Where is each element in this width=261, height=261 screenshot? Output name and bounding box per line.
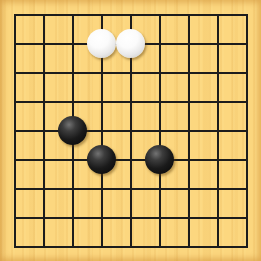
intersection-f4[interactable] <box>145 87 174 116</box>
stone-glyph: ● <box>87 145 116 174</box>
stone-glyph: ○ <box>116 29 145 58</box>
intersection-a4[interactable] <box>0 87 29 116</box>
intersection-f2[interactable] <box>145 29 174 58</box>
intersection-f3[interactable] <box>145 58 174 87</box>
intersection-h5[interactable] <box>203 116 232 145</box>
intersection-i9[interactable] <box>232 232 261 261</box>
intersection-f7[interactable] <box>145 174 174 203</box>
intersection-c1[interactable] <box>58 0 87 29</box>
intersection-a9[interactable] <box>0 232 29 261</box>
intersection-b7[interactable] <box>29 174 58 203</box>
intersection-a5[interactable] <box>0 116 29 145</box>
intersection-h8[interactable] <box>203 203 232 232</box>
intersection-d7[interactable] <box>87 174 116 203</box>
intersection-g9[interactable] <box>174 232 203 261</box>
white-stone: ○ <box>116 29 145 58</box>
intersection-g4[interactable] <box>174 87 203 116</box>
intersection-e6[interactable] <box>116 145 145 174</box>
intersection-g1[interactable] <box>174 0 203 29</box>
intersection-e2[interactable]: ○ <box>116 29 145 58</box>
intersection-b9[interactable] <box>29 232 58 261</box>
intersection-h3[interactable] <box>203 58 232 87</box>
intersection-d6[interactable]: ● <box>87 145 116 174</box>
black-stone: ● <box>87 145 116 174</box>
intersection-e3[interactable] <box>116 58 145 87</box>
intersection-d8[interactable] <box>87 203 116 232</box>
intersection-h9[interactable] <box>203 232 232 261</box>
intersection-b6[interactable] <box>29 145 58 174</box>
intersection-b1[interactable] <box>29 0 58 29</box>
intersection-f1[interactable] <box>145 0 174 29</box>
intersection-e8[interactable] <box>116 203 145 232</box>
intersection-c2[interactable] <box>58 29 87 58</box>
intersection-b4[interactable] <box>29 87 58 116</box>
intersection-d3[interactable] <box>87 58 116 87</box>
intersection-d4[interactable] <box>87 87 116 116</box>
intersection-h4[interactable] <box>203 87 232 116</box>
intersection-i3[interactable] <box>232 58 261 87</box>
intersection-g3[interactable] <box>174 58 203 87</box>
intersection-i7[interactable] <box>232 174 261 203</box>
stones-layer: ○○●●● <box>0 0 261 261</box>
intersection-e1[interactable] <box>116 0 145 29</box>
intersection-h6[interactable] <box>203 145 232 174</box>
intersection-a3[interactable] <box>0 58 29 87</box>
intersection-g5[interactable] <box>174 116 203 145</box>
stone-glyph: ○ <box>87 29 116 58</box>
intersection-c6[interactable] <box>58 145 87 174</box>
intersection-b5[interactable] <box>29 116 58 145</box>
intersection-c8[interactable] <box>58 203 87 232</box>
intersection-e9[interactable] <box>116 232 145 261</box>
stone-glyph: ● <box>145 145 174 174</box>
go-board: ○○●●● <box>0 0 261 261</box>
intersection-c7[interactable] <box>58 174 87 203</box>
intersection-i1[interactable] <box>232 0 261 29</box>
intersection-b3[interactable] <box>29 58 58 87</box>
stone-glyph: ● <box>58 116 87 145</box>
intersection-h1[interactable] <box>203 0 232 29</box>
intersection-d9[interactable] <box>87 232 116 261</box>
intersection-i2[interactable] <box>232 29 261 58</box>
intersection-i4[interactable] <box>232 87 261 116</box>
intersection-c3[interactable] <box>58 58 87 87</box>
intersection-g2[interactable] <box>174 29 203 58</box>
intersection-i5[interactable] <box>232 116 261 145</box>
intersection-i6[interactable] <box>232 145 261 174</box>
intersection-a1[interactable] <box>0 0 29 29</box>
intersection-b8[interactable] <box>29 203 58 232</box>
black-stone: ● <box>145 145 174 174</box>
intersection-c9[interactable] <box>58 232 87 261</box>
intersection-c4[interactable] <box>58 87 87 116</box>
intersection-f6[interactable]: ● <box>145 145 174 174</box>
intersection-b2[interactable] <box>29 29 58 58</box>
intersection-g7[interactable] <box>174 174 203 203</box>
intersection-f9[interactable] <box>145 232 174 261</box>
intersection-f8[interactable] <box>145 203 174 232</box>
intersection-g8[interactable] <box>174 203 203 232</box>
intersection-h2[interactable] <box>203 29 232 58</box>
intersection-e4[interactable] <box>116 87 145 116</box>
intersection-i8[interactable] <box>232 203 261 232</box>
intersection-d2[interactable]: ○ <box>87 29 116 58</box>
intersection-f5[interactable] <box>145 116 174 145</box>
intersection-c5[interactable]: ● <box>58 116 87 145</box>
intersection-e5[interactable] <box>116 116 145 145</box>
intersection-a7[interactable] <box>0 174 29 203</box>
intersection-d5[interactable] <box>87 116 116 145</box>
white-stone: ○ <box>87 29 116 58</box>
intersection-h7[interactable] <box>203 174 232 203</box>
intersection-e7[interactable] <box>116 174 145 203</box>
intersection-a2[interactable] <box>0 29 29 58</box>
intersection-a8[interactable] <box>0 203 29 232</box>
black-stone: ● <box>58 116 87 145</box>
intersection-a6[interactable] <box>0 145 29 174</box>
intersection-g6[interactable] <box>174 145 203 174</box>
intersection-d1[interactable] <box>87 0 116 29</box>
